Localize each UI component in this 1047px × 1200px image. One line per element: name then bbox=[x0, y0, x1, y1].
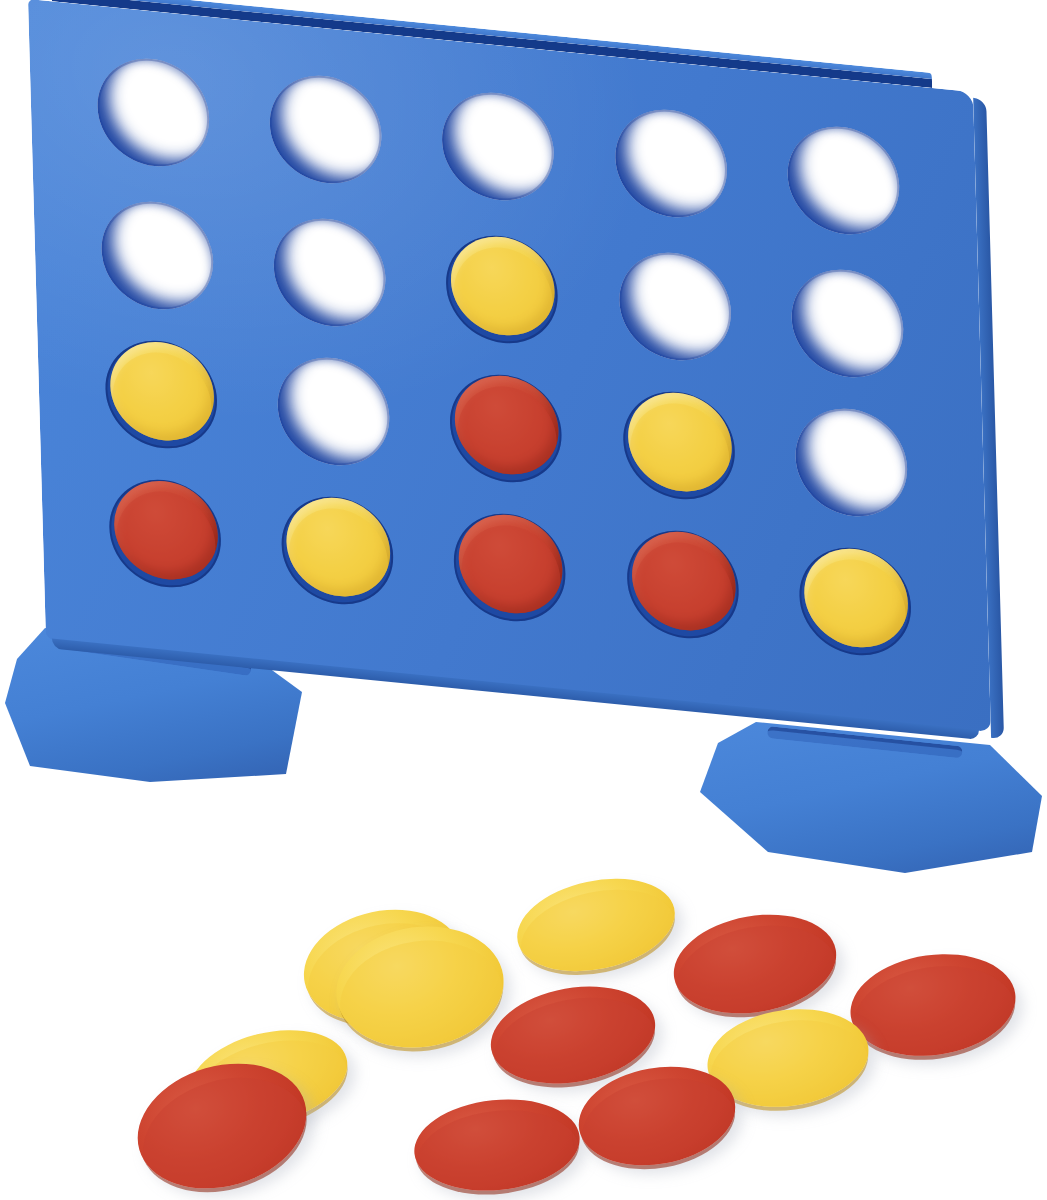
board-cell-r1c1 bbox=[65, 32, 242, 193]
yellow-disc-in-hole: ● bbox=[445, 230, 560, 348]
board-cell-r1c5 bbox=[755, 99, 932, 260]
board-cell-r4c1: ● bbox=[76, 454, 253, 613]
empty-hole bbox=[276, 353, 391, 471]
empty-hole bbox=[794, 403, 909, 521]
board-cell-r3c5 bbox=[763, 386, 939, 538]
loose-red-disc: ● bbox=[844, 944, 1022, 1066]
empty-hole bbox=[100, 197, 215, 315]
loose-yellow-disc: ● bbox=[509, 865, 684, 984]
yellow-disc-in-hole: ● bbox=[798, 542, 913, 660]
yellow-disc: ● bbox=[803, 543, 909, 651]
empty-hole bbox=[613, 104, 728, 222]
red-disc: ● bbox=[458, 509, 564, 617]
board-cell-r2c5 bbox=[759, 243, 936, 403]
product-photo-connect-four: ●●●●●●●●● ●●●●●●●●●●● bbox=[0, 0, 1047, 1200]
yellow-piece-glyph: ● bbox=[285, 493, 391, 601]
red-piece-glyph: ● bbox=[844, 944, 1022, 1066]
yellow-piece-glyph: ● bbox=[626, 388, 732, 496]
yellow-piece-glyph: ● bbox=[109, 337, 215, 445]
red-disc: ● bbox=[454, 371, 560, 479]
empty-hole bbox=[617, 247, 732, 365]
board-cell-r1c4 bbox=[582, 82, 759, 243]
board-cell-r2c2 bbox=[241, 193, 418, 353]
red-disc-in-hole: ● bbox=[107, 474, 222, 592]
empty-hole bbox=[786, 121, 901, 239]
yellow-piece-glyph: ● bbox=[509, 865, 684, 984]
yellow-disc: ● bbox=[285, 493, 391, 601]
yellow-disc-in-hole: ● bbox=[621, 386, 736, 504]
yellow-piece-glyph: ● bbox=[450, 232, 556, 340]
empty-hole bbox=[790, 264, 905, 382]
red-piece-glyph: ● bbox=[454, 371, 560, 479]
board-cell-r1c2 bbox=[237, 49, 414, 210]
empty-hole bbox=[441, 87, 556, 205]
loose-red-disc: ● bbox=[410, 1092, 584, 1199]
board-grid: ●●●●●●●●● bbox=[65, 32, 944, 681]
board-cell-r4c3: ● bbox=[422, 487, 599, 646]
red-piece-glyph: ● bbox=[630, 526, 736, 634]
board-cell-r3c1: ● bbox=[73, 319, 249, 471]
yellow-disc-in-hole: ● bbox=[104, 336, 219, 454]
board-cell-r2c1 bbox=[69, 176, 246, 336]
empty-hole bbox=[268, 70, 383, 188]
yellow-piece-glyph: ● bbox=[803, 543, 909, 651]
red-piece-glyph: ● bbox=[666, 902, 844, 1025]
board-cell-r2c3: ● bbox=[414, 209, 591, 369]
red-piece-glyph: ● bbox=[112, 476, 218, 584]
red-disc-in-hole: ● bbox=[449, 369, 564, 487]
connect-four-board: ●●●●●●●●● bbox=[28, 0, 991, 732]
red-piece-glyph: ● bbox=[458, 509, 564, 617]
yellow-disc: ● bbox=[626, 388, 732, 496]
red-disc-in-hole: ● bbox=[625, 525, 740, 643]
board-cell-r3c3: ● bbox=[418, 352, 594, 504]
yellow-disc: ● bbox=[450, 232, 556, 340]
yellow-disc-in-hole: ● bbox=[280, 491, 395, 609]
empty-hole bbox=[96, 53, 211, 171]
board-cell-r4c5: ● bbox=[767, 521, 944, 680]
red-disc: ● bbox=[112, 476, 218, 584]
board-cell-r3c2 bbox=[245, 336, 421, 488]
board-cell-r4c2: ● bbox=[249, 471, 426, 630]
red-disc: ● bbox=[630, 526, 736, 634]
board-cell-r1c3 bbox=[410, 65, 587, 226]
loose-red-disc: ● bbox=[666, 902, 844, 1025]
yellow-disc: ● bbox=[109, 337, 215, 445]
empty-hole bbox=[272, 214, 387, 332]
red-piece-glyph: ● bbox=[410, 1092, 584, 1199]
board-cell-r3c4: ● bbox=[590, 369, 766, 521]
board-cell-r4c4: ● bbox=[594, 504, 771, 663]
board-cell-r2c4 bbox=[586, 226, 763, 386]
red-disc-in-hole: ● bbox=[453, 508, 568, 626]
